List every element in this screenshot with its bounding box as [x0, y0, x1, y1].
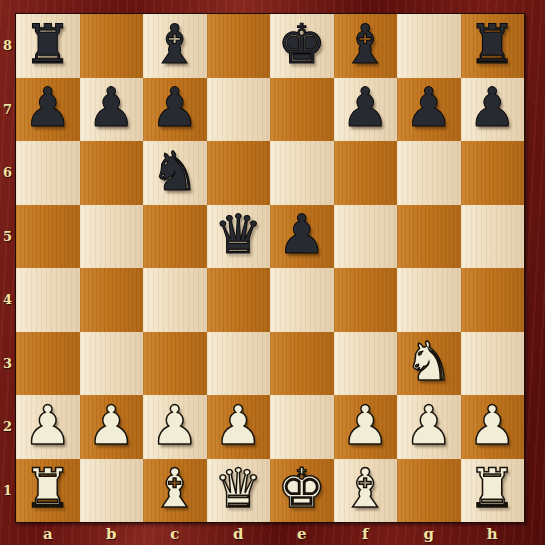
square-g6[interactable] — [397, 141, 461, 205]
piece-f8: ♝ — [341, 18, 389, 72]
piece-f1: ♝ — [341, 462, 389, 516]
piece-h7: ♟ — [468, 81, 516, 135]
square-b5[interactable] — [80, 205, 144, 269]
square-c5[interactable] — [143, 205, 207, 269]
square-e8[interactable]: ♚ — [270, 14, 334, 78]
square-d3[interactable] — [207, 332, 271, 396]
square-c7[interactable]: ♟ — [143, 78, 207, 142]
rank-label-8: 8 — [0, 14, 15, 78]
square-a5[interactable] — [16, 205, 80, 269]
square-e7[interactable] — [270, 78, 334, 142]
board-frame: 8 7 6 5 4 3 2 1 ♜ ♝ ♚ ♝ ♜ ♟ ♟ ♟ ♟ ♟ ♟ ♞ — [0, 0, 545, 545]
file-labels: a b c d e f g h — [16, 522, 524, 545]
square-e6[interactable] — [270, 141, 334, 205]
rank-label-7: 7 — [0, 78, 15, 142]
file-label-g: g — [397, 522, 461, 545]
square-d1[interactable]: ♛ — [207, 459, 271, 523]
square-b3[interactable] — [80, 332, 144, 396]
square-g7[interactable]: ♟ — [397, 78, 461, 142]
square-d5[interactable]: ♛ — [207, 205, 271, 269]
piece-d2: ♟ — [214, 399, 262, 453]
square-a3[interactable] — [16, 332, 80, 396]
square-h3[interactable] — [461, 332, 525, 396]
square-h6[interactable] — [461, 141, 525, 205]
square-a2[interactable]: ♟ — [16, 395, 80, 459]
chess-board: ♜ ♝ ♚ ♝ ♜ ♟ ♟ ♟ ♟ ♟ ♟ ♞ ♛ ♟ — [15, 13, 525, 523]
rank-label-2: 2 — [0, 395, 15, 459]
square-h7[interactable]: ♟ — [461, 78, 525, 142]
square-b4[interactable] — [80, 268, 144, 332]
file-label-f: f — [334, 522, 398, 545]
square-g5[interactable] — [397, 205, 461, 269]
piece-a7: ♟ — [24, 81, 72, 135]
square-a7[interactable]: ♟ — [16, 78, 80, 142]
piece-c6: ♞ — [151, 145, 199, 199]
piece-c7: ♟ — [151, 81, 199, 135]
piece-e8: ♚ — [278, 18, 326, 72]
rank-label-1: 1 — [0, 459, 15, 523]
square-d7[interactable] — [207, 78, 271, 142]
piece-f2: ♟ — [341, 399, 389, 453]
piece-b2: ♟ — [87, 399, 135, 453]
rank-label-3: 3 — [0, 332, 15, 396]
file-label-a: a — [16, 522, 80, 545]
file-label-c: c — [143, 522, 207, 545]
square-a6[interactable] — [16, 141, 80, 205]
square-e5[interactable]: ♟ — [270, 205, 334, 269]
square-c3[interactable] — [143, 332, 207, 396]
piece-e5: ♟ — [278, 208, 326, 262]
piece-g2: ♟ — [405, 399, 453, 453]
square-c8[interactable]: ♝ — [143, 14, 207, 78]
rank-label-5: 5 — [0, 205, 15, 269]
square-h1[interactable]: ♜ — [461, 459, 525, 523]
square-e1[interactable]: ♚ — [270, 459, 334, 523]
square-c2[interactable]: ♟ — [143, 395, 207, 459]
square-f5[interactable] — [334, 205, 398, 269]
square-d2[interactable]: ♟ — [207, 395, 271, 459]
square-g3[interactable]: ♞ — [397, 332, 461, 396]
square-f4[interactable] — [334, 268, 398, 332]
piece-g3: ♞ — [405, 335, 453, 389]
piece-c2: ♟ — [151, 399, 199, 453]
file-label-d: d — [207, 522, 271, 545]
piece-d5: ♛ — [214, 208, 262, 262]
square-b6[interactable] — [80, 141, 144, 205]
square-b1[interactable] — [80, 459, 144, 523]
rank-labels: 8 7 6 5 4 3 2 1 — [0, 14, 15, 522]
square-f2[interactable]: ♟ — [334, 395, 398, 459]
square-g2[interactable]: ♟ — [397, 395, 461, 459]
piece-h1: ♜ — [468, 462, 516, 516]
piece-a1: ♜ — [24, 462, 72, 516]
square-f8[interactable]: ♝ — [334, 14, 398, 78]
square-d6[interactable] — [207, 141, 271, 205]
square-g8[interactable] — [397, 14, 461, 78]
piece-c8: ♝ — [151, 18, 199, 72]
piece-f7: ♟ — [341, 81, 389, 135]
square-f6[interactable] — [334, 141, 398, 205]
file-label-b: b — [80, 522, 144, 545]
square-a8[interactable]: ♜ — [16, 14, 80, 78]
square-a1[interactable]: ♜ — [16, 459, 80, 523]
piece-a8: ♜ — [24, 18, 72, 72]
square-e2[interactable] — [270, 395, 334, 459]
piece-e1: ♚ — [278, 462, 326, 516]
square-g4[interactable] — [397, 268, 461, 332]
square-f1[interactable]: ♝ — [334, 459, 398, 523]
rank-label-4: 4 — [0, 268, 15, 332]
square-d4[interactable] — [207, 268, 271, 332]
square-f7[interactable]: ♟ — [334, 78, 398, 142]
square-e3[interactable] — [270, 332, 334, 396]
square-h5[interactable] — [461, 205, 525, 269]
piece-g7: ♟ — [405, 81, 453, 135]
square-b7[interactable]: ♟ — [80, 78, 144, 142]
file-label-h: h — [461, 522, 525, 545]
piece-a2: ♟ — [24, 399, 72, 453]
file-label-e: e — [270, 522, 334, 545]
square-c1[interactable]: ♝ — [143, 459, 207, 523]
square-h4[interactable] — [461, 268, 525, 332]
square-a4[interactable] — [16, 268, 80, 332]
square-d8[interactable] — [207, 14, 271, 78]
square-c4[interactable] — [143, 268, 207, 332]
square-h8[interactable]: ♜ — [461, 14, 525, 78]
piece-c1: ♝ — [151, 462, 199, 516]
square-b8[interactable] — [80, 14, 144, 78]
piece-h8: ♜ — [468, 18, 516, 72]
piece-d1: ♛ — [214, 462, 262, 516]
rank-label-6: 6 — [0, 141, 15, 205]
square-h2[interactable]: ♟ — [461, 395, 525, 459]
piece-h2: ♟ — [468, 399, 516, 453]
piece-b7: ♟ — [87, 81, 135, 135]
square-f3[interactable] — [334, 332, 398, 396]
square-c6[interactable]: ♞ — [143, 141, 207, 205]
square-e4[interactable] — [270, 268, 334, 332]
square-b2[interactable]: ♟ — [80, 395, 144, 459]
square-g1[interactable] — [397, 459, 461, 523]
